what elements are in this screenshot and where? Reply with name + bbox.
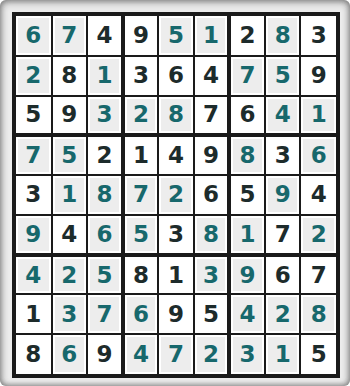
solved-digit: 6 [96, 223, 112, 246]
solved-cell-face: 4 [16, 257, 51, 294]
solved-digit: 2 [25, 64, 41, 87]
given-digit: 6 [275, 264, 291, 287]
solved-digit: 8 [96, 183, 112, 206]
given-digit: 9 [311, 64, 327, 87]
solved-cell-face: 2 [16, 57, 51, 95]
given-cell-face: 3 [266, 137, 300, 174]
solved-digit: 1 [240, 223, 256, 246]
solved-digit: 3 [203, 264, 219, 287]
cell-r4c9[interactable]: 6 [300, 135, 336, 175]
cell-r9c4[interactable]: 4 [123, 334, 159, 374]
given-digit: 9 [168, 303, 184, 326]
cell-r8c5[interactable]: 9 [158, 294, 194, 334]
cell-r4c7[interactable]: 8 [229, 135, 265, 175]
given-digit: 1 [168, 264, 184, 287]
solved-cell-face: 2 [125, 97, 158, 134]
solved-cell-face: 3 [88, 97, 121, 134]
given-digit: 6 [168, 64, 184, 87]
sudoku-board: 6749512832813647595932876417521498363187… [12, 12, 340, 378]
cell-r2c9[interactable]: 9 [300, 56, 336, 96]
cell-r1c4[interactable]: 9 [123, 16, 159, 56]
cell-r9c5[interactable]: 7 [158, 334, 194, 374]
solved-cell-face: 5 [53, 137, 87, 174]
cell-r3c4[interactable]: 2 [123, 96, 159, 136]
given-digit: 3 [275, 144, 291, 167]
solved-digit: 1 [275, 343, 291, 366]
cell-r6c4[interactable]: 5 [123, 215, 159, 255]
cell-r5c3[interactable]: 8 [87, 175, 123, 215]
solved-cell-face: 4 [125, 335, 158, 374]
given-cell-face: 9 [159, 295, 193, 333]
cell-r7c9[interactable]: 7 [300, 255, 336, 295]
given-cell-face: 1 [16, 295, 51, 333]
given-digit: 9 [133, 24, 149, 47]
cell-r9c7[interactable]: 3 [229, 334, 265, 374]
given-digit: 5 [203, 303, 219, 326]
cell-r9c9[interactable]: 5 [300, 334, 336, 374]
given-cell-face: 8 [53, 57, 87, 95]
cell-r2c7[interactable]: 7 [229, 56, 265, 96]
given-digit: 8 [61, 64, 77, 87]
solved-digit: 2 [203, 343, 219, 366]
solved-digit: 6 [133, 303, 149, 326]
solved-cell-face: 2 [195, 335, 228, 374]
given-digit: 5 [25, 103, 41, 126]
cell-r3c5[interactable]: 8 [158, 96, 194, 136]
cell-r1c9[interactable]: 3 [300, 16, 336, 56]
solved-cell-face: 5 [125, 216, 158, 253]
solved-cell-face: 6 [301, 137, 336, 174]
solved-digit: 8 [311, 303, 327, 326]
solved-digit: 5 [61, 144, 77, 167]
given-digit: 2 [96, 144, 112, 167]
cell-r6c9[interactable]: 2 [300, 215, 336, 255]
solved-digit: 5 [133, 223, 149, 246]
solved-digit: 7 [168, 343, 184, 366]
given-cell-face: 4 [88, 16, 121, 55]
cell-r2c5[interactable]: 6 [158, 56, 194, 96]
solved-cell-face: 1 [88, 57, 121, 95]
given-digit: 9 [203, 144, 219, 167]
cell-r4c2[interactable]: 5 [52, 135, 88, 175]
cell-r9c3[interactable]: 9 [87, 334, 123, 374]
given-cell-face: 2 [88, 137, 121, 174]
solved-digit: 3 [61, 303, 77, 326]
given-cell-face: 9 [195, 137, 228, 174]
cell-r4c6[interactable]: 9 [194, 135, 230, 175]
cell-r8c2[interactable]: 3 [52, 294, 88, 334]
solved-digit: 5 [275, 64, 291, 87]
solved-digit: 1 [61, 183, 77, 206]
cell-r6c5[interactable]: 3 [158, 215, 194, 255]
cell-r1c5[interactable]: 5 [158, 16, 194, 56]
given-digit: 6 [240, 103, 256, 126]
cell-r6c2[interactable]: 4 [52, 215, 88, 255]
solved-cell-face: 8 [159, 97, 193, 134]
given-cell-face: 9 [301, 57, 336, 95]
given-digit: 3 [311, 24, 327, 47]
cell-r5c7[interactable]: 5 [229, 175, 265, 215]
given-cell-face: 6 [195, 176, 228, 214]
solved-cell-face: 4 [231, 295, 264, 333]
given-cell-face: 4 [53, 216, 87, 253]
cell-r6c1[interactable]: 9 [16, 215, 52, 255]
solved-digit: 4 [275, 103, 291, 126]
cell-r7c5[interactable]: 1 [158, 255, 194, 295]
cell-r6c3[interactable]: 6 [87, 215, 123, 255]
cell-r7c2[interactable]: 2 [52, 255, 88, 295]
solved-cell-face: 4 [266, 97, 300, 134]
cell-r3c7[interactable]: 6 [229, 96, 265, 136]
solved-digit: 8 [275, 24, 291, 47]
solved-cell-face: 3 [195, 257, 228, 294]
cell-r5c9[interactable]: 4 [300, 175, 336, 215]
given-cell-face: 8 [125, 257, 158, 294]
given-cell-face: 3 [301, 16, 336, 55]
given-digit: 7 [311, 264, 327, 287]
given-cell-face: 5 [195, 295, 228, 333]
cell-r4c1[interactable]: 7 [16, 135, 52, 175]
solved-digit: 7 [25, 144, 41, 167]
solved-cell-face: 2 [53, 257, 87, 294]
solved-cell-face: 6 [88, 216, 121, 253]
solved-cell-face: 1 [195, 16, 228, 55]
given-cell-face: 5 [301, 335, 336, 374]
solved-digit: 2 [133, 103, 149, 126]
solved-digit: 9 [25, 223, 41, 246]
given-digit: 1 [133, 144, 149, 167]
cell-r2c2[interactable]: 8 [52, 56, 88, 96]
solved-digit: 7 [240, 64, 256, 87]
solved-cell-face: 5 [266, 57, 300, 95]
cell-r7c4[interactable]: 8 [123, 255, 159, 295]
cell-r1c8[interactable]: 8 [265, 16, 301, 56]
given-cell-face: 7 [195, 97, 228, 134]
solved-cell-face: 6 [53, 335, 87, 374]
given-cell-face: 6 [159, 57, 193, 95]
cell-r9c2[interactable]: 6 [52, 334, 88, 374]
given-digit: 5 [240, 183, 256, 206]
cell-r1c2[interactable]: 7 [52, 16, 88, 56]
cell-r5c4[interactable]: 7 [123, 175, 159, 215]
solved-digit: 2 [168, 183, 184, 206]
cell-r8c4[interactable]: 6 [123, 294, 159, 334]
solved-digit: 5 [96, 264, 112, 287]
solved-cell-face: 8 [266, 16, 300, 55]
solved-cell-face: 7 [16, 137, 51, 174]
cell-r1c1[interactable]: 6 [16, 16, 52, 56]
solved-cell-face: 2 [266, 295, 300, 333]
solved-digit: 9 [240, 264, 256, 287]
given-cell-face: 7 [301, 257, 336, 294]
cell-r7c1[interactable]: 4 [16, 255, 52, 295]
solved-cell-face: 6 [125, 295, 158, 333]
given-digit: 9 [61, 103, 77, 126]
solved-cell-face: 9 [231, 257, 264, 294]
cell-r4c8[interactable]: 3 [265, 135, 301, 175]
cell-r8c6[interactable]: 5 [194, 294, 230, 334]
cell-r8c1[interactable]: 1 [16, 294, 52, 334]
cell-r2c3[interactable]: 1 [87, 56, 123, 96]
solved-cell-face: 8 [301, 295, 336, 333]
solved-digit: 5 [168, 24, 184, 47]
cell-r8c9[interactable]: 8 [300, 294, 336, 334]
given-cell-face: 3 [159, 216, 193, 253]
given-cell-face: 4 [195, 57, 228, 95]
given-digit: 6 [203, 183, 219, 206]
given-cell-face: 9 [53, 97, 87, 134]
solved-digit: 8 [168, 103, 184, 126]
cell-r9c6[interactable]: 2 [194, 334, 230, 374]
solved-digit: 1 [96, 64, 112, 87]
cell-r1c7[interactable]: 2 [229, 16, 265, 56]
solved-digit: 6 [61, 343, 77, 366]
solved-digit: 3 [240, 343, 256, 366]
solved-cell-face: 3 [53, 295, 87, 333]
cell-r5c2[interactable]: 1 [52, 175, 88, 215]
cell-r2c6[interactable]: 4 [194, 56, 230, 96]
given-cell-face: 1 [159, 257, 193, 294]
solved-cell-face: 9 [266, 176, 300, 214]
cell-r7c3[interactable]: 5 [87, 255, 123, 295]
given-digit: 3 [168, 223, 184, 246]
cell-r7c7[interactable]: 9 [229, 255, 265, 295]
cell-r9c1[interactable]: 8 [16, 334, 52, 374]
solved-digit: 2 [275, 303, 291, 326]
cell-r5c1[interactable]: 3 [16, 175, 52, 215]
cell-r5c8[interactable]: 9 [265, 175, 301, 215]
given-cell-face: 3 [16, 176, 51, 214]
given-digit: 9 [96, 343, 112, 366]
given-digit: 4 [311, 183, 327, 206]
solved-digit: 9 [275, 183, 291, 206]
solved-cell-face: 5 [159, 16, 193, 55]
solved-cell-face: 3 [231, 335, 264, 374]
given-cell-face: 5 [16, 97, 51, 134]
solved-cell-face: 7 [159, 335, 193, 374]
solved-digit: 4 [133, 343, 149, 366]
given-digit: 3 [25, 183, 41, 206]
solved-cell-face: 7 [88, 295, 121, 333]
cell-r4c3[interactable]: 2 [87, 135, 123, 175]
cell-r1c6[interactable]: 1 [194, 16, 230, 56]
given-digit: 4 [168, 144, 184, 167]
solved-cell-face: 5 [88, 257, 121, 294]
cell-r3c8[interactable]: 4 [265, 96, 301, 136]
solved-cell-face: 1 [53, 176, 87, 214]
given-cell-face: 6 [266, 257, 300, 294]
given-digit: 7 [275, 223, 291, 246]
solved-cell-face: 7 [231, 57, 264, 95]
given-cell-face: 9 [88, 335, 121, 374]
solved-digit: 6 [311, 144, 327, 167]
given-cell-face: 7 [266, 216, 300, 253]
given-digit: 4 [61, 223, 77, 246]
given-cell-face: 2 [231, 16, 264, 55]
solved-cell-face: 1 [301, 97, 336, 134]
solved-cell-face: 1 [266, 335, 300, 374]
cell-r3c9[interactable]: 1 [300, 96, 336, 136]
given-cell-face: 1 [125, 137, 158, 174]
solved-cell-face: 2 [159, 176, 193, 214]
solved-cell-face: 6 [16, 16, 51, 55]
cell-r2c1[interactable]: 2 [16, 56, 52, 96]
given-cell-face: 4 [301, 176, 336, 214]
solved-digit: 3 [96, 103, 112, 126]
solved-cell-face: 7 [125, 176, 158, 214]
given-digit: 7 [203, 103, 219, 126]
solved-digit: 1 [203, 24, 219, 47]
solved-cell-face: 2 [301, 216, 336, 253]
cell-r7c8[interactable]: 6 [265, 255, 301, 295]
solved-digit: 1 [311, 103, 327, 126]
solved-digit: 6 [25, 24, 41, 47]
solved-digit: 7 [96, 303, 112, 326]
cell-r5c6[interactable]: 6 [194, 175, 230, 215]
given-digit: 5 [311, 343, 327, 366]
solved-cell-face: 9 [16, 216, 51, 253]
cell-r4c4[interactable]: 1 [123, 135, 159, 175]
given-cell-face: 5 [231, 176, 264, 214]
solved-digit: 2 [61, 264, 77, 287]
cell-r2c4[interactable]: 3 [123, 56, 159, 96]
cell-r1c3[interactable]: 4 [87, 16, 123, 56]
solved-digit: 2 [311, 223, 327, 246]
solved-cell-face: 8 [195, 216, 228, 253]
solved-digit: 8 [240, 144, 256, 167]
given-digit: 4 [96, 24, 112, 47]
given-cell-face: 6 [231, 97, 264, 134]
cell-r7c6[interactable]: 3 [194, 255, 230, 295]
given-digit: 3 [133, 64, 149, 87]
cell-r3c3[interactable]: 3 [87, 96, 123, 136]
given-digit: 1 [25, 303, 41, 326]
solved-digit: 4 [25, 264, 41, 287]
given-digit: 2 [240, 24, 256, 47]
cell-r3c2[interactable]: 9 [52, 96, 88, 136]
cell-r3c1[interactable]: 5 [16, 96, 52, 136]
given-digit: 8 [133, 264, 149, 287]
solved-digit: 4 [240, 303, 256, 326]
given-cell-face: 8 [16, 335, 51, 374]
given-cell-face: 9 [125, 16, 158, 55]
solved-cell-face: 1 [231, 216, 264, 253]
cell-r8c3[interactable]: 7 [87, 294, 123, 334]
cell-r6c7[interactable]: 1 [229, 215, 265, 255]
cell-r2c8[interactable]: 5 [265, 56, 301, 96]
solved-digit: 7 [61, 24, 77, 47]
solved-digit: 7 [133, 183, 149, 206]
cell-r3c6[interactable]: 7 [194, 96, 230, 136]
cell-r9c8[interactable]: 1 [265, 334, 301, 374]
solved-cell-face: 8 [231, 137, 264, 174]
solved-digit: 8 [203, 223, 219, 246]
given-digit: 8 [25, 343, 41, 366]
given-digit: 4 [203, 64, 219, 87]
cell-r6c8[interactable]: 7 [265, 215, 301, 255]
solved-cell-face: 8 [88, 176, 121, 214]
sudoku-panel: 6749512832813647595932876417521498363187… [0, 0, 350, 386]
cell-r8c7[interactable]: 4 [229, 294, 265, 334]
cell-r4c5[interactable]: 4 [158, 135, 194, 175]
given-cell-face: 4 [159, 137, 193, 174]
given-cell-face: 3 [125, 57, 158, 95]
cell-r5c5[interactable]: 2 [158, 175, 194, 215]
solved-cell-face: 7 [53, 16, 87, 55]
cell-r6c6[interactable]: 8 [194, 215, 230, 255]
cell-r8c8[interactable]: 2 [265, 294, 301, 334]
